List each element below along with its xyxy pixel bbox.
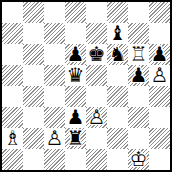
square-c4[interactable]: [44, 86, 65, 107]
black-bishop-icon: ♝: [107, 23, 128, 44]
square-c7[interactable]: [44, 23, 65, 44]
piece-black-pawn[interactable]: ♟♟: [65, 44, 86, 65]
square-g7[interactable]: [128, 23, 149, 44]
square-h7[interactable]: [149, 23, 170, 44]
square-a4[interactable]: [2, 86, 23, 107]
square-b6[interactable]: [23, 44, 44, 65]
square-d8[interactable]: [65, 2, 86, 23]
black-pawn-icon: ♟: [65, 107, 86, 128]
square-e4[interactable]: [86, 86, 107, 107]
square-b7[interactable]: [23, 23, 44, 44]
square-a5[interactable]: [2, 65, 23, 86]
square-g4[interactable]: [128, 86, 149, 107]
square-h8[interactable]: [149, 2, 170, 23]
white-pawn-icon: ♙: [149, 65, 170, 86]
square-c3[interactable]: [44, 107, 65, 128]
square-c5[interactable]: [44, 65, 65, 86]
square-f4[interactable]: [107, 86, 128, 107]
piece-black-rook[interactable]: ♜♜: [65, 128, 86, 149]
square-d5[interactable]: ♛♛: [65, 65, 86, 86]
white-bishop-icon: ♗: [2, 128, 23, 149]
piece-white-rook[interactable]: ♜♖: [128, 44, 149, 65]
piece-white-king[interactable]: ♚♔: [128, 149, 149, 170]
square-f2[interactable]: [107, 128, 128, 149]
square-f3[interactable]: [107, 107, 128, 128]
square-f7[interactable]: ♝♝: [107, 23, 128, 44]
square-c6[interactable]: [44, 44, 65, 65]
square-e5[interactable]: [86, 65, 107, 86]
square-a8[interactable]: [2, 2, 23, 23]
square-a2[interactable]: ♝♗: [2, 128, 23, 149]
square-a3[interactable]: [2, 107, 23, 128]
square-b3[interactable]: [23, 107, 44, 128]
square-c1[interactable]: [44, 149, 65, 170]
chess-board: ♝♝♟♟♚♚♞♞♜♖♟♟♛♛♟♟♟♙♟♟♟♙♝♗♟♙♜♜♚♔: [0, 0, 172, 172]
black-knight-icon: ♞: [107, 44, 128, 65]
square-d3[interactable]: ♟♟: [65, 107, 86, 128]
square-g2[interactable]: [128, 128, 149, 149]
piece-black-pawn[interactable]: ♟♟: [149, 44, 170, 65]
white-pawn-icon: ♙: [86, 107, 107, 128]
square-b5[interactable]: [23, 65, 44, 86]
piece-black-king[interactable]: ♚♚: [86, 44, 107, 65]
square-h2[interactable]: [149, 128, 170, 149]
square-g6[interactable]: ♜♖: [128, 44, 149, 65]
black-pawn-icon: ♟: [149, 44, 170, 65]
square-b1[interactable]: [23, 149, 44, 170]
piece-black-bishop[interactable]: ♝♝: [107, 23, 128, 44]
piece-white-pawn[interactable]: ♟♙: [86, 107, 107, 128]
square-c8[interactable]: [44, 2, 65, 23]
black-king-icon: ♚: [86, 44, 107, 65]
square-d4[interactable]: [65, 86, 86, 107]
square-d7[interactable]: [65, 23, 86, 44]
black-rook-icon: ♜: [65, 128, 86, 149]
square-e7[interactable]: [86, 23, 107, 44]
square-h3[interactable]: [149, 107, 170, 128]
white-king-icon: ♔: [128, 149, 149, 170]
piece-black-pawn[interactable]: ♟♟: [65, 107, 86, 128]
square-h6[interactable]: ♟♟: [149, 44, 170, 65]
piece-black-pawn[interactable]: ♟♟: [128, 65, 149, 86]
piece-black-queen[interactable]: ♛♛: [65, 65, 86, 86]
black-pawn-icon: ♟: [128, 65, 149, 86]
square-b2[interactable]: [23, 128, 44, 149]
page: { "game": "chess", "position": { "fen": …: [0, 0, 172, 172]
square-e8[interactable]: [86, 2, 107, 23]
square-a7[interactable]: [2, 23, 23, 44]
square-b8[interactable]: [23, 2, 44, 23]
square-f5[interactable]: [107, 65, 128, 86]
square-f6[interactable]: ♞♞: [107, 44, 128, 65]
square-e6[interactable]: ♚♚: [86, 44, 107, 65]
square-d1[interactable]: [65, 149, 86, 170]
square-e1[interactable]: [86, 149, 107, 170]
square-f1[interactable]: [107, 149, 128, 170]
square-d6[interactable]: ♟♟: [65, 44, 86, 65]
square-h5[interactable]: ♟♙: [149, 65, 170, 86]
square-e2[interactable]: [86, 128, 107, 149]
square-f8[interactable]: [107, 2, 128, 23]
square-g8[interactable]: [128, 2, 149, 23]
square-a1[interactable]: [2, 149, 23, 170]
square-e3[interactable]: ♟♙: [86, 107, 107, 128]
piece-white-pawn[interactable]: ♟♙: [149, 65, 170, 86]
piece-white-pawn[interactable]: ♟♙: [44, 128, 65, 149]
white-pawn-icon: ♙: [44, 128, 65, 149]
square-h1[interactable]: [149, 149, 170, 170]
square-g1[interactable]: ♚♔: [128, 149, 149, 170]
square-g3[interactable]: [128, 107, 149, 128]
square-h4[interactable]: [149, 86, 170, 107]
piece-white-bishop[interactable]: ♝♗: [2, 128, 23, 149]
square-d2[interactable]: ♜♜: [65, 128, 86, 149]
white-rook-icon: ♖: [128, 44, 149, 65]
black-queen-icon: ♛: [65, 65, 86, 86]
black-pawn-icon: ♟: [65, 44, 86, 65]
square-c2[interactable]: ♟♙: [44, 128, 65, 149]
square-g5[interactable]: ♟♟: [128, 65, 149, 86]
square-b4[interactable]: [23, 86, 44, 107]
piece-black-knight[interactable]: ♞♞: [107, 44, 128, 65]
square-a6[interactable]: [2, 44, 23, 65]
